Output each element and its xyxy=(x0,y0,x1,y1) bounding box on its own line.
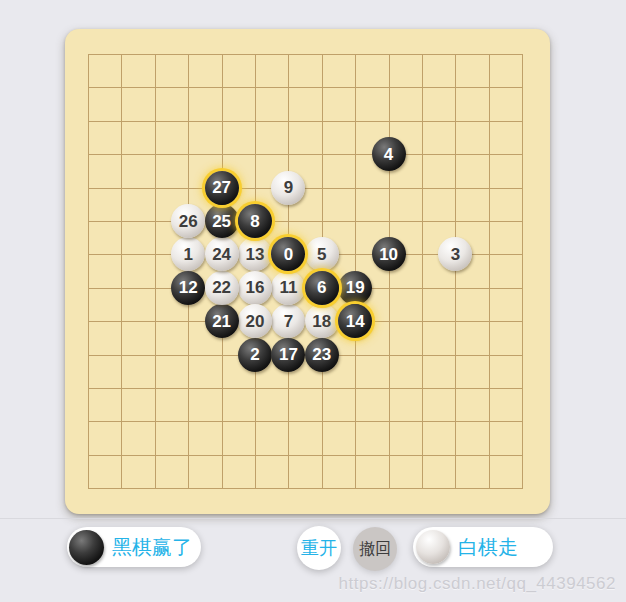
stone-12: 12 xyxy=(171,271,205,305)
restart-button[interactable]: 重开 xyxy=(297,526,341,570)
stone-2: 2 xyxy=(238,338,272,372)
stone-19: 19 xyxy=(338,271,372,305)
stone-17: 17 xyxy=(271,338,305,372)
turn-pill: 白棋走 xyxy=(413,527,553,567)
stone-1: 1 xyxy=(171,237,205,271)
stone-7: 7 xyxy=(271,304,305,338)
status-text: 黑棋赢了 xyxy=(112,534,192,561)
stone-6: 6 xyxy=(305,271,339,305)
stone-13: 13 xyxy=(238,237,272,271)
stone-0: 0 xyxy=(271,237,305,271)
stone-26: 26 xyxy=(171,204,205,238)
stone-10: 10 xyxy=(372,237,406,271)
stone-27: 27 xyxy=(205,171,239,205)
stone-23: 23 xyxy=(305,338,339,372)
turn-text: 白棋走 xyxy=(458,534,518,561)
stone-3: 3 xyxy=(438,237,472,271)
stone-20: 20 xyxy=(238,304,272,338)
stone-5: 5 xyxy=(305,237,339,271)
watermark: https://blog.csdn.net/qq_44394562 xyxy=(339,574,616,594)
gomoku-board[interactable]: 0123456789101112131416171819202122232425… xyxy=(65,29,550,514)
stone-8: 8 xyxy=(238,204,272,238)
stones-layer: 0123456789101112131416171819202122232425… xyxy=(65,29,550,514)
black-stone-icon xyxy=(69,530,104,565)
stone-4: 4 xyxy=(372,137,406,171)
stone-14: 14 xyxy=(338,304,372,338)
stone-16: 16 xyxy=(238,271,272,305)
status-pill: 黑棋赢了 xyxy=(67,527,201,567)
stone-9: 9 xyxy=(271,171,305,205)
stone-18: 18 xyxy=(305,304,339,338)
stone-11: 11 xyxy=(271,271,305,305)
stone-24: 24 xyxy=(205,237,239,271)
stone-21: 21 xyxy=(205,304,239,338)
bottom-divider xyxy=(0,518,626,519)
stone-22: 22 xyxy=(205,271,239,305)
undo-button[interactable]: 撤回 xyxy=(353,527,397,571)
stone-25: 25 xyxy=(205,204,239,238)
white-stone-icon xyxy=(416,530,450,564)
